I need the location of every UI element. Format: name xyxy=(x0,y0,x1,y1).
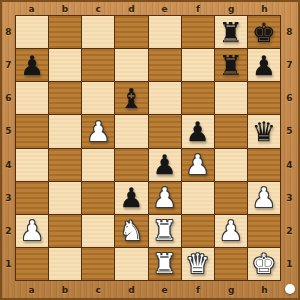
coordinate-label: h xyxy=(248,281,281,298)
chess-board-frame: abcdefgh 87654321 ♜♚♟♜♟♝♟♟♛♟♟♟♟♟♟♞♜♟♜♛♚ … xyxy=(0,0,300,300)
coordinate-label: e xyxy=(148,2,181,15)
square-e4[interactable]: ♟ xyxy=(149,149,181,181)
square-h7[interactable]: ♟ xyxy=(248,49,280,81)
piece-white-rook[interactable]: ♜ xyxy=(152,217,176,244)
coordinate-label: h xyxy=(248,2,281,15)
piece-white-pawn[interactable]: ♟ xyxy=(186,151,210,178)
square-f4[interactable]: ♟ xyxy=(182,149,214,181)
piece-black-queen[interactable]: ♛ xyxy=(252,118,276,145)
board: ♜♚♟♜♟♝♟♟♛♟♟♟♟♟♟♞♜♟♜♛♚ xyxy=(15,15,281,281)
square-g1[interactable] xyxy=(215,248,247,280)
square-e5[interactable] xyxy=(149,115,181,147)
square-d5[interactable] xyxy=(115,115,147,147)
rank-labels-right: 87654321 xyxy=(281,15,298,281)
square-g5[interactable] xyxy=(215,115,247,147)
piece-black-rook[interactable]: ♜ xyxy=(219,19,243,46)
piece-white-pawn[interactable]: ♟ xyxy=(252,184,276,211)
coordinate-label: 2 xyxy=(2,215,15,248)
square-g3[interactable] xyxy=(215,182,247,214)
piece-white-pawn[interactable]: ♟ xyxy=(219,217,243,244)
piece-white-pawn[interactable]: ♟ xyxy=(20,217,44,244)
square-d8[interactable] xyxy=(115,16,147,48)
square-g2[interactable]: ♟ xyxy=(215,215,247,247)
coordinate-label: 4 xyxy=(281,148,298,181)
piece-black-pawn[interactable]: ♟ xyxy=(252,52,276,79)
square-f5[interactable]: ♟ xyxy=(182,115,214,147)
square-f7[interactable] xyxy=(182,49,214,81)
piece-white-king[interactable]: ♚ xyxy=(252,250,276,277)
square-g7[interactable]: ♜ xyxy=(215,49,247,81)
square-c6[interactable] xyxy=(82,82,114,114)
piece-black-pawn[interactable]: ♟ xyxy=(119,184,143,211)
coordinate-label: 6 xyxy=(2,82,15,115)
square-a1[interactable] xyxy=(16,248,48,280)
square-e7[interactable] xyxy=(149,49,181,81)
square-e2[interactable]: ♜ xyxy=(149,215,181,247)
square-d7[interactable] xyxy=(115,49,147,81)
coordinate-label: a xyxy=(15,2,48,15)
square-e8[interactable] xyxy=(149,16,181,48)
square-c8[interactable] xyxy=(82,16,114,48)
piece-black-bishop[interactable]: ♝ xyxy=(119,85,143,112)
coordinate-label: g xyxy=(215,2,248,15)
coordinate-label: 5 xyxy=(2,115,15,148)
coordinate-label: 4 xyxy=(2,148,15,181)
piece-white-knight[interactable]: ♞ xyxy=(119,217,143,244)
square-e6[interactable] xyxy=(149,82,181,114)
piece-white-pawn[interactable]: ♟ xyxy=(152,184,176,211)
square-h6[interactable] xyxy=(248,82,280,114)
square-a2[interactable]: ♟ xyxy=(16,215,48,247)
coordinate-label: a xyxy=(15,281,48,298)
piece-black-pawn[interactable]: ♟ xyxy=(20,52,44,79)
coordinate-label: d xyxy=(115,2,148,15)
file-labels-top: abcdefgh xyxy=(15,2,281,15)
coordinate-label: e xyxy=(148,281,181,298)
coordinate-label: 2 xyxy=(281,215,298,248)
piece-black-king[interactable]: ♚ xyxy=(252,19,276,46)
coordinate-label: 1 xyxy=(281,248,298,281)
square-c7[interactable] xyxy=(82,49,114,81)
piece-white-rook[interactable]: ♜ xyxy=(152,250,176,277)
square-g4[interactable] xyxy=(215,149,247,181)
coordinate-label: 3 xyxy=(2,181,15,214)
square-a5[interactable] xyxy=(16,115,48,147)
square-d3[interactable]: ♟ xyxy=(115,182,147,214)
square-g8[interactable]: ♜ xyxy=(215,16,247,48)
coordinate-label: 8 xyxy=(2,15,15,48)
coordinate-label: d xyxy=(115,281,148,298)
square-f2[interactable] xyxy=(182,215,214,247)
coordinate-label: 6 xyxy=(281,82,298,115)
square-d6[interactable]: ♝ xyxy=(115,82,147,114)
square-h2[interactable] xyxy=(248,215,280,247)
file-labels-bottom: abcdefgh xyxy=(15,281,281,298)
square-g6[interactable] xyxy=(215,82,247,114)
coordinate-label: 7 xyxy=(2,48,15,81)
square-e1[interactable]: ♜ xyxy=(149,248,181,280)
coordinate-label: b xyxy=(48,2,81,15)
square-f6[interactable] xyxy=(182,82,214,114)
coordinate-label: 7 xyxy=(281,48,298,81)
square-b7[interactable] xyxy=(49,49,81,81)
piece-black-pawn[interactable]: ♟ xyxy=(186,118,210,145)
coordinate-label: f xyxy=(181,281,214,298)
piece-white-pawn[interactable]: ♟ xyxy=(86,118,110,145)
square-h3[interactable]: ♟ xyxy=(248,182,280,214)
coordinate-label: c xyxy=(82,281,115,298)
square-b1[interactable] xyxy=(49,248,81,280)
coordinate-label: 5 xyxy=(281,115,298,148)
piece-black-rook[interactable]: ♜ xyxy=(219,52,243,79)
piece-black-pawn[interactable]: ♟ xyxy=(152,151,176,178)
square-a6[interactable] xyxy=(16,82,48,114)
square-h8[interactable]: ♚ xyxy=(248,16,280,48)
square-b2[interactable] xyxy=(49,215,81,247)
square-b4[interactable] xyxy=(49,149,81,181)
square-d2[interactable]: ♞ xyxy=(115,215,147,247)
square-b6[interactable] xyxy=(49,82,81,114)
square-f3[interactable] xyxy=(182,182,214,214)
square-c1[interactable] xyxy=(82,248,114,280)
coordinate-label: g xyxy=(215,281,248,298)
square-a7[interactable]: ♟ xyxy=(16,49,48,81)
square-h4[interactable] xyxy=(248,149,280,181)
coordinate-label: 1 xyxy=(2,248,15,281)
square-c3[interactable] xyxy=(82,182,114,214)
square-e3[interactable]: ♟ xyxy=(149,182,181,214)
coordinate-label: b xyxy=(48,281,81,298)
square-f1[interactable]: ♛ xyxy=(182,248,214,280)
square-a4[interactable] xyxy=(16,149,48,181)
coordinate-label: f xyxy=(181,2,214,15)
rank-labels-left: 87654321 xyxy=(2,15,15,281)
square-b5[interactable] xyxy=(49,115,81,147)
square-a8[interactable] xyxy=(16,16,48,48)
coordinate-label: 8 xyxy=(281,15,298,48)
square-b8[interactable] xyxy=(49,16,81,48)
square-h5[interactable]: ♛ xyxy=(248,115,280,147)
square-c4[interactable] xyxy=(82,149,114,181)
square-h1[interactable]: ♚ xyxy=(248,248,280,280)
coordinate-label: c xyxy=(82,2,115,15)
square-c5[interactable]: ♟ xyxy=(82,115,114,147)
square-b3[interactable] xyxy=(49,182,81,214)
square-a3[interactable] xyxy=(16,182,48,214)
square-f8[interactable] xyxy=(182,16,214,48)
piece-white-queen[interactable]: ♛ xyxy=(186,250,210,277)
square-d4[interactable] xyxy=(115,149,147,181)
coordinate-label: 3 xyxy=(281,181,298,214)
square-c2[interactable] xyxy=(82,215,114,247)
square-d1[interactable] xyxy=(115,248,147,280)
white-to-move-indicator xyxy=(285,284,295,294)
